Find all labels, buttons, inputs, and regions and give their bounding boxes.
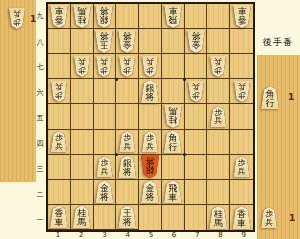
square-file1-四[interactable]: 歩兵 — [48, 130, 71, 155]
square-file5-一[interactable] — [139, 205, 162, 230]
square-file9-三[interactable]: 歩兵 — [230, 155, 253, 180]
piece-kanji: 玉 — [100, 40, 109, 49]
square-file1-二[interactable] — [48, 180, 71, 205]
square-file6-七[interactable] — [162, 54, 185, 79]
square-file1-七[interactable] — [48, 54, 71, 79]
square-file2-七[interactable]: 歩兵 — [71, 54, 94, 79]
piece-kanji: 兵 — [100, 168, 108, 177]
sente-piece[interactable]: 歩兵 — [233, 81, 251, 102]
piece-kanji: 兵 — [123, 57, 131, 66]
rank-label: 九 — [35, 11, 45, 21]
square-file4-七[interactable]: 歩兵 — [116, 54, 139, 79]
piece-kanji: 歩 — [123, 65, 131, 74]
square-file1-三[interactable] — [48, 155, 71, 180]
gote-hand-piece[interactable]: 歩兵 — [260, 207, 278, 228]
piece-kanji: 兵 — [100, 57, 108, 66]
square-file7-六[interactable]: 歩兵 — [185, 79, 208, 104]
square-file5-七[interactable]: 歩兵 — [139, 54, 162, 79]
piece-kanji: 兵 — [123, 143, 131, 152]
square-file3-八[interactable]: 玉将 — [94, 29, 117, 54]
square-file4-六[interactable] — [116, 79, 139, 104]
gote-piece[interactable]: 桂馬 — [72, 205, 92, 228]
square-file1-八[interactable] — [48, 29, 71, 54]
rank-label: 二 — [35, 190, 45, 200]
gote-piece[interactable]: 歩兵 — [209, 106, 227, 127]
piece-kanji: 兵 — [78, 57, 86, 66]
square-file7-七[interactable] — [185, 54, 208, 79]
square-file2-六[interactable] — [71, 79, 94, 104]
gote-piece[interactable]: 金将 — [140, 180, 160, 203]
piece-kanji: 金 — [191, 40, 200, 49]
piece-kanji: 車 — [54, 218, 63, 227]
piece-kanji: 将 — [145, 193, 154, 202]
star-point — [183, 78, 186, 81]
square-file8-八[interactable] — [207, 29, 230, 54]
rank-label: 一 — [35, 215, 45, 225]
piece-kanji: 車 — [237, 6, 246, 15]
square-file9-六[interactable]: 歩兵 — [230, 79, 253, 104]
square-file6-三[interactable] — [162, 155, 185, 180]
piece-kanji: 馬 — [168, 106, 177, 115]
sente-piece[interactable]: 飛車 — [163, 5, 183, 28]
file-label: 2 — [76, 231, 86, 239]
file-label: 6 — [169, 231, 179, 239]
sente-piece[interactable]: 玉将 — [94, 30, 114, 53]
square-file7-二[interactable] — [185, 180, 208, 205]
square-file3-四[interactable] — [94, 130, 117, 155]
square-file7-九[interactable] — [185, 4, 208, 29]
piece-kanji: 馬 — [77, 218, 86, 227]
gote-piece[interactable]: 王将 — [117, 205, 137, 228]
square-file3-一[interactable] — [94, 205, 117, 230]
square-file3-九[interactable]: 銀将 — [94, 4, 117, 29]
square-file9-七[interactable] — [230, 54, 253, 79]
piece-kanji: 兵 — [214, 57, 222, 66]
star-point — [115, 153, 118, 156]
square-file6-一[interactable] — [162, 205, 185, 230]
sente-piece[interactable]: 香車 — [232, 5, 252, 28]
gote-piece[interactable]: 歩兵 — [50, 131, 68, 152]
piece-kanji: 将 — [123, 168, 132, 177]
square-file5-四[interactable]: 歩兵 — [139, 130, 162, 155]
gote-piece[interactable]: 歩兵 — [95, 156, 113, 177]
piece-kanji: 歩 — [13, 18, 21, 27]
square-file2-九[interactable]: 桂馬 — [71, 4, 94, 29]
sente-hand-piece[interactable]: 歩兵 — [8, 8, 26, 29]
piece-kanji: 馬 — [214, 219, 223, 228]
square-file3-六[interactable] — [94, 79, 117, 104]
square-file9-八[interactable] — [230, 29, 253, 54]
sente-piece[interactable]: 銀将 — [140, 155, 160, 178]
square-file8-一[interactable]: 桂馬 — [207, 205, 230, 230]
square-file6-六[interactable] — [162, 79, 185, 104]
piece-kanji: 兵 — [238, 168, 246, 177]
piece-kanji: 歩 — [55, 90, 63, 99]
gote-piece[interactable]: 角行 — [260, 86, 280, 109]
piece-kanji: 歩 — [238, 90, 246, 99]
gote-piece[interactable]: 桂馬 — [208, 206, 228, 229]
sente-piece[interactable]: 歩兵 — [187, 81, 205, 102]
square-file5-二[interactable]: 金将 — [139, 180, 162, 205]
shogi-app: 後手番 香車桂馬銀将飛車香車玉将金将金将歩兵歩兵歩兵歩兵歩兵歩兵銀将歩兵歩兵桂馬… — [0, 0, 300, 239]
square-file7-三[interactable] — [185, 155, 208, 180]
square-file3-七[interactable]: 歩兵 — [94, 54, 117, 79]
square-file4-四[interactable]: 歩兵 — [116, 130, 139, 155]
piece-kanji: 将 — [123, 31, 132, 40]
square-file6-二[interactable]: 飛車 — [162, 180, 185, 205]
square-file4-九[interactable] — [116, 4, 139, 29]
gote-piece[interactable]: 歩兵 — [260, 207, 278, 228]
gote-piece[interactable]: 歩兵 — [141, 131, 159, 152]
square-file9-九[interactable]: 香車 — [230, 4, 253, 29]
square-file5-五[interactable] — [139, 104, 162, 129]
piece-kanji: 車 — [54, 6, 63, 15]
square-file2-五[interactable] — [71, 104, 94, 129]
square-file7-八[interactable]: 金将 — [185, 29, 208, 54]
piece-kanji: 兵 — [192, 82, 200, 91]
file-label: 1 — [53, 231, 63, 239]
gote-piece[interactable]: 角行 — [163, 130, 183, 153]
sente-piece[interactable]: 歩兵 — [50, 81, 68, 102]
square-file2-八[interactable] — [71, 29, 94, 54]
piece-kanji: 桂 — [168, 115, 177, 124]
piece-kanji: 将 — [191, 31, 200, 40]
piece-kanji: 車 — [237, 219, 246, 228]
square-file8-三[interactable] — [207, 155, 230, 180]
hand-piece-count: 1 — [289, 213, 295, 223]
gote-piece[interactable]: 金将 — [94, 180, 114, 203]
piece-kanji: 将 — [100, 6, 109, 15]
piece-kanji: 歩 — [192, 90, 200, 99]
piece-kanji: 兵 — [265, 219, 273, 228]
rank-label: 八 — [35, 37, 45, 47]
piece-kanji: 歩 — [100, 65, 108, 74]
gote-piece[interactable]: 歩兵 — [118, 131, 136, 152]
piece-kanji: 歩 — [78, 65, 86, 74]
piece-kanji: 兵 — [55, 143, 63, 152]
piece-kanji: 将 — [100, 31, 109, 40]
square-file5-九[interactable] — [139, 4, 162, 29]
square-file5-六[interactable]: 銀将 — [139, 79, 162, 104]
square-file1-九[interactable]: 香車 — [48, 4, 71, 29]
rank-label: 四 — [35, 139, 45, 149]
shogi-board[interactable]: 香車桂馬銀将飛車香車玉将金将金将歩兵歩兵歩兵歩兵歩兵歩兵銀将歩兵歩兵桂馬歩兵歩兵… — [46, 2, 255, 232]
piece-kanji: 将 — [123, 218, 132, 227]
hand-piece-count: 1 — [30, 14, 36, 24]
square-file8-四[interactable] — [207, 130, 230, 155]
sente-piece[interactable]: 銀将 — [94, 5, 114, 28]
square-file9-一[interactable]: 香車 — [230, 205, 253, 230]
square-file4-八[interactable]: 金将 — [116, 29, 139, 54]
rank-label: 三 — [35, 164, 45, 174]
piece-kanji: 行 — [168, 143, 177, 152]
file-label: 7 — [192, 231, 202, 239]
square-file5-八[interactable] — [139, 29, 162, 54]
piece-kanji: 金 — [123, 40, 132, 49]
sente-piece[interactable]: 歩兵 — [209, 56, 227, 77]
gote-piece[interactable]: 歩兵 — [233, 156, 251, 177]
square-file4-一[interactable]: 王将 — [116, 205, 139, 230]
sente-piece[interactable]: 歩兵 — [95, 56, 113, 77]
piece-kanji: 兵 — [55, 82, 63, 91]
square-file4-五[interactable] — [116, 104, 139, 129]
gote-piece[interactable]: 飛車 — [163, 180, 183, 203]
square-file6-九[interactable]: 飛車 — [162, 4, 185, 29]
piece-kanji: 車 — [168, 6, 177, 15]
square-file2-二[interactable] — [71, 180, 94, 205]
file-label: 9 — [239, 231, 249, 239]
sente-piece[interactable]: 桂馬 — [72, 5, 92, 28]
file-label: 4 — [123, 231, 133, 239]
square-file5-三[interactable]: 銀将 — [139, 155, 162, 180]
square-file8-七[interactable]: 歩兵 — [207, 54, 230, 79]
square-file4-三[interactable]: 銀将 — [116, 155, 139, 180]
piece-kanji: 行 — [266, 99, 275, 108]
rank-label: 六 — [35, 88, 45, 98]
square-file9-五[interactable] — [230, 104, 253, 129]
file-label: 3 — [99, 231, 109, 239]
square-file4-二[interactable] — [116, 180, 139, 205]
piece-kanji: 兵 — [238, 82, 246, 91]
turn-indicator: 後手番 — [256, 36, 300, 49]
square-file8-五[interactable]: 歩兵 — [207, 104, 230, 129]
sente-piece[interactable]: 金将 — [117, 30, 137, 53]
file-label: 8 — [216, 231, 226, 239]
square-file3-二[interactable]: 金将 — [94, 180, 117, 205]
piece-kanji: 兵 — [146, 143, 154, 152]
square-file8-九[interactable] — [207, 4, 230, 29]
square-file7-一[interactable] — [185, 205, 208, 230]
square-file3-三[interactable]: 歩兵 — [94, 155, 117, 180]
gote-hand-piece[interactable]: 角行 — [260, 86, 280, 109]
sente-piece[interactable]: 歩兵 — [118, 56, 136, 77]
piece-kanji: 馬 — [77, 6, 86, 15]
square-file1-六[interactable]: 歩兵 — [48, 79, 71, 104]
piece-kanji: 歩 — [146, 65, 154, 74]
sente-piece[interactable]: 歩兵 — [8, 8, 26, 29]
sente-piece[interactable]: 香車 — [49, 5, 69, 28]
rank-label: 七 — [35, 62, 45, 72]
gote-piece[interactable]: 銀将 — [117, 155, 137, 178]
square-file2-四[interactable] — [71, 130, 94, 155]
sente-piece[interactable]: 桂馬 — [163, 105, 183, 128]
piece-kanji: 兵 — [13, 9, 21, 18]
piece-kanji: 兵 — [146, 57, 154, 66]
square-file9-二[interactable] — [230, 180, 253, 205]
piece-kanji: 歩 — [214, 65, 222, 74]
piece-kanji: 兵 — [214, 117, 222, 126]
piece-kanji: 将 — [100, 193, 109, 202]
square-file6-五[interactable]: 桂馬 — [162, 104, 185, 129]
sente-piece[interactable]: 金将 — [186, 30, 206, 53]
square-file6-八[interactable] — [162, 29, 185, 54]
square-file6-四[interactable]: 角行 — [162, 130, 185, 155]
square-file1-五[interactable] — [48, 104, 71, 129]
square-file8-六[interactable] — [207, 79, 230, 104]
star-point — [115, 78, 118, 81]
square-file7-四[interactable] — [185, 130, 208, 155]
square-file7-五[interactable] — [185, 104, 208, 129]
square-file1-一[interactable]: 香車 — [48, 205, 71, 230]
square-file2-一[interactable]: 桂馬 — [71, 205, 94, 230]
piece-kanji: 車 — [168, 193, 177, 202]
square-file2-三[interactable] — [71, 155, 94, 180]
piece-kanji: 将 — [145, 93, 154, 102]
square-file3-五[interactable] — [94, 104, 117, 129]
piece-kanji: 将 — [145, 156, 154, 165]
sente-piece[interactable]: 歩兵 — [73, 56, 91, 77]
hand-piece-count: 1 — [288, 92, 294, 102]
sente-piece[interactable]: 歩兵 — [141, 56, 159, 77]
square-file8-二[interactable] — [207, 180, 230, 205]
rank-label: 五 — [35, 113, 45, 123]
file-label: 5 — [146, 231, 156, 239]
square-file9-四[interactable] — [230, 130, 253, 155]
piece-kanji: 銀 — [145, 165, 154, 174]
gote-piece[interactable]: 香車 — [232, 206, 252, 229]
gote-piece[interactable]: 銀将 — [140, 80, 160, 103]
gote-piece[interactable]: 香車 — [49, 205, 69, 228]
